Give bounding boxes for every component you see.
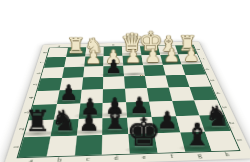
white-rook[interactable]: ♜	[66, 35, 85, 56]
black-knight[interactable]: ♞	[51, 107, 77, 136]
coordinate-label: 8	[189, 47, 209, 51]
square-e6[interactable]: ♝	[123, 65, 144, 76]
square-g7[interactable]: ♟	[160, 54, 182, 64]
coordinate-label: e	[130, 153, 159, 162]
square-b6[interactable]	[62, 67, 84, 79]
coordinate-label: f	[157, 152, 187, 162]
square-g1[interactable]: ♝	[180, 132, 212, 152]
coordinate-label: 7	[31, 60, 52, 65]
square-a4[interactable]	[33, 90, 59, 104]
white-pawn[interactable]: ♟	[144, 46, 160, 64]
square-f7[interactable]: ♟	[141, 55, 162, 65]
white-pawn[interactable]: ♟	[164, 46, 180, 64]
black-king[interactable]: ♚	[126, 113, 161, 152]
square-c5[interactable]	[81, 77, 103, 90]
white-pawn[interactable]: ♟	[125, 47, 141, 65]
square-d6[interactable]: ♟	[103, 66, 124, 77]
square-c6[interactable]	[83, 66, 104, 78]
square-b1[interactable]	[46, 136, 76, 156]
square-e7[interactable]: ♟	[123, 55, 143, 65]
black-bishop[interactable]: ♝	[184, 119, 212, 150]
coordinate-label: 5	[201, 78, 224, 83]
coordinate-label: 8	[34, 51, 54, 55]
square-c2[interactable]: ♟	[76, 118, 102, 136]
chess-photo-scene: abcdefgh abcdefgh 87654321 87654321 ♜♞♛♚…	[0, 0, 250, 162]
coordinate-label: 6	[27, 70, 49, 75]
square-a2[interactable]: ♜	[24, 119, 54, 137]
square-d2[interactable]: ♝	[102, 117, 128, 135]
coordinate-label: 6	[197, 67, 219, 72]
square-e1[interactable]: ♚	[128, 133, 157, 153]
square-c7[interactable]: ♟	[84, 56, 104, 66]
coordinate-label: g	[185, 151, 215, 161]
black-bishop[interactable]: ♝	[102, 104, 129, 134]
square-b2[interactable]: ♞	[50, 119, 78, 137]
square-b7[interactable]	[64, 56, 85, 66]
coordinate-label: c	[73, 155, 102, 162]
chess-board: abcdefgh abcdefgh 87654321 87654321 ♜♞♛♚…	[3, 41, 250, 162]
square-f6[interactable]	[143, 65, 165, 76]
square-c1[interactable]	[74, 135, 102, 155]
coordinate-label: 7	[193, 56, 214, 60]
black-pawn[interactable]: ♟	[59, 82, 78, 103]
square-b8[interactable]: ♜	[66, 47, 86, 57]
coordinate-label: b	[45, 155, 75, 162]
coordinate-label: h	[212, 150, 243, 160]
square-a1[interactable]	[18, 137, 50, 158]
square-b4[interactable]: ♟	[57, 90, 82, 104]
white-pawn[interactable]: ♟	[86, 48, 102, 66]
black-pawn[interactable]: ♟	[105, 57, 122, 76]
square-f4[interactable]	[147, 88, 172, 102]
black-rook[interactable]: ♜	[24, 107, 50, 136]
square-d5[interactable]	[103, 77, 125, 90]
coordinate-label: 5	[23, 82, 46, 88]
square-h4[interactable]	[190, 86, 217, 100]
black-pawn[interactable]: ♟	[79, 111, 100, 135]
coordinate-label: d	[102, 154, 130, 162]
